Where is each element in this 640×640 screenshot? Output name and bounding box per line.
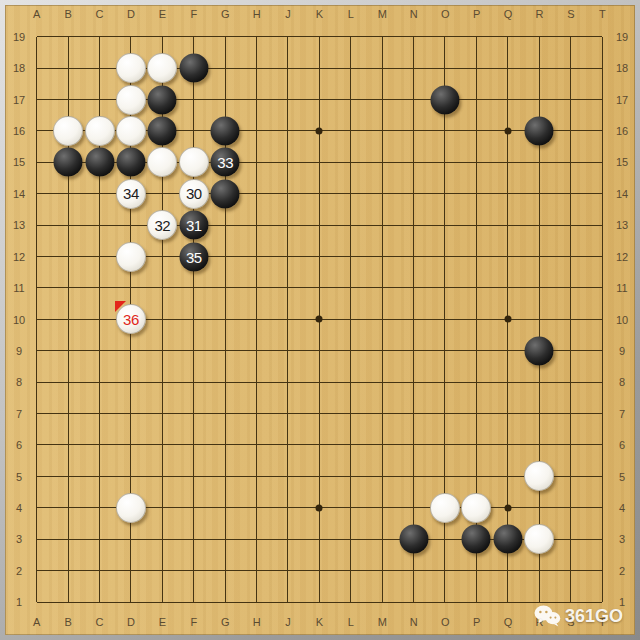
board-point-J5[interactable] [272, 461, 303, 492]
board-point-O5[interactable] [429, 461, 460, 492]
board-point-D16[interactable] [115, 115, 146, 146]
board-point-Q7[interactable] [492, 398, 523, 429]
board-point-K12[interactable] [304, 241, 335, 272]
board-point-F15[interactable] [178, 147, 209, 178]
board-point-E7[interactable] [147, 398, 178, 429]
board-point-Q15[interactable] [492, 147, 523, 178]
board-point-C18[interactable] [84, 52, 115, 83]
board-point-S15[interactable] [555, 147, 586, 178]
board-point-P16[interactable] [461, 115, 492, 146]
stone-white-D12[interactable] [116, 242, 146, 272]
board-point-E8[interactable] [147, 366, 178, 397]
board-point-G8[interactable] [209, 366, 240, 397]
board-point-K19[interactable] [304, 21, 335, 52]
board-point-D17[interactable] [115, 84, 146, 115]
board-point-N14[interactable] [398, 178, 429, 209]
board-point-K13[interactable] [304, 209, 335, 240]
board-point-B5[interactable] [52, 461, 83, 492]
board-point-O13[interactable] [429, 209, 460, 240]
board-point-C12[interactable] [84, 241, 115, 272]
board-point-S19[interactable] [555, 21, 586, 52]
board-point-K4[interactable] [304, 492, 335, 523]
board-point-G9[interactable] [209, 335, 240, 366]
board-point-L6[interactable] [335, 429, 366, 460]
board-point-N7[interactable] [398, 398, 429, 429]
board-point-B2[interactable] [52, 555, 83, 586]
board-point-H7[interactable] [241, 398, 272, 429]
board-point-J13[interactable] [272, 209, 303, 240]
board-point-H9[interactable] [241, 335, 272, 366]
stone-white-F15[interactable] [179, 147, 209, 177]
board-point-D8[interactable] [115, 366, 146, 397]
board-point-Q9[interactable] [492, 335, 523, 366]
board-point-C9[interactable] [84, 335, 115, 366]
board-point-Q17[interactable] [492, 84, 523, 115]
board-point-E19[interactable] [147, 21, 178, 52]
board-point-J3[interactable] [272, 524, 303, 555]
stone-white-D4[interactable] [116, 493, 146, 523]
board-point-N6[interactable] [398, 429, 429, 460]
board-point-G12[interactable] [209, 241, 240, 272]
board-point-M9[interactable] [366, 335, 397, 366]
board-point-E4[interactable] [147, 492, 178, 523]
board-point-O16[interactable] [429, 115, 460, 146]
board-point-S18[interactable] [555, 52, 586, 83]
board-point-G11[interactable] [209, 272, 240, 303]
board-point-R8[interactable] [524, 366, 555, 397]
board-point-P17[interactable] [461, 84, 492, 115]
board-point-P12[interactable] [461, 241, 492, 272]
board-point-B9[interactable] [52, 335, 83, 366]
board-point-L17[interactable] [335, 84, 366, 115]
board-point-Q2[interactable] [492, 555, 523, 586]
stone-white-D16[interactable] [116, 116, 146, 146]
board-point-L19[interactable] [335, 21, 366, 52]
stone-black-G14[interactable] [211, 179, 240, 208]
board-point-R5[interactable] [524, 461, 555, 492]
board-point-J14[interactable] [272, 178, 303, 209]
board-point-E12[interactable] [147, 241, 178, 272]
board-point-O11[interactable] [429, 272, 460, 303]
board-point-B13[interactable] [52, 209, 83, 240]
board-point-L8[interactable] [335, 366, 366, 397]
board-point-H10[interactable] [241, 304, 272, 335]
board-point-M11[interactable] [366, 272, 397, 303]
stone-white-E18[interactable] [147, 53, 177, 83]
board-point-G18[interactable] [209, 52, 240, 83]
board-point-E3[interactable] [147, 524, 178, 555]
stone-black-R16[interactable] [525, 116, 554, 145]
stone-white-R3[interactable] [524, 524, 554, 554]
stone-white-O4[interactable] [430, 493, 460, 523]
board-point-L11[interactable] [335, 272, 366, 303]
board-point-K14[interactable] [304, 178, 335, 209]
board-point-H5[interactable] [241, 461, 272, 492]
board-point-S8[interactable] [555, 366, 586, 397]
board-point-K10[interactable] [304, 304, 335, 335]
board-point-B7[interactable] [52, 398, 83, 429]
board-point-E2[interactable] [147, 555, 178, 586]
board-point-D10[interactable]: 36 [115, 304, 146, 335]
board-point-H19[interactable] [241, 21, 272, 52]
board-point-F2[interactable] [178, 555, 209, 586]
board-point-Q12[interactable] [492, 241, 523, 272]
stone-white-D10[interactable]: 36 [116, 304, 146, 334]
board-point-N10[interactable] [398, 304, 429, 335]
board-point-O2[interactable] [429, 555, 460, 586]
board-point-B17[interactable] [52, 84, 83, 115]
board-point-N17[interactable] [398, 84, 429, 115]
board-point-O18[interactable] [429, 52, 460, 83]
board-point-E9[interactable] [147, 335, 178, 366]
board-point-J16[interactable] [272, 115, 303, 146]
board-point-G17[interactable] [209, 84, 240, 115]
board-point-J12[interactable] [272, 241, 303, 272]
board-point-S16[interactable] [555, 115, 586, 146]
board-point-C5[interactable] [84, 461, 115, 492]
board-point-D6[interactable] [115, 429, 146, 460]
board-point-H14[interactable] [241, 178, 272, 209]
stone-white-D14[interactable]: 34 [116, 179, 146, 209]
stone-white-D18[interactable] [116, 53, 146, 83]
board-point-C3[interactable] [84, 524, 115, 555]
board-point-M3[interactable] [366, 524, 397, 555]
board-point-O12[interactable] [429, 241, 460, 272]
board-point-Q4[interactable] [492, 492, 523, 523]
board-point-Q5[interactable] [492, 461, 523, 492]
stone-white-R5[interactable] [524, 461, 554, 491]
board-point-S14[interactable] [555, 178, 586, 209]
board-point-H15[interactable] [241, 147, 272, 178]
board-point-C6[interactable] [84, 429, 115, 460]
board-point-O6[interactable] [429, 429, 460, 460]
board-point-B4[interactable] [52, 492, 83, 523]
board-point-B8[interactable] [52, 366, 83, 397]
board-point-G6[interactable] [209, 429, 240, 460]
board-point-J19[interactable] [272, 21, 303, 52]
board-point-F9[interactable] [178, 335, 209, 366]
board-point-L5[interactable] [335, 461, 366, 492]
board-point-R18[interactable] [524, 52, 555, 83]
board-point-J18[interactable] [272, 52, 303, 83]
board-point-F17[interactable] [178, 84, 209, 115]
board-point-O3[interactable] [429, 524, 460, 555]
board-point-S9[interactable] [555, 335, 586, 366]
board-point-H13[interactable] [241, 209, 272, 240]
board-point-D19[interactable] [115, 21, 146, 52]
board-point-K18[interactable] [304, 52, 335, 83]
board-point-E17[interactable] [147, 84, 178, 115]
board-point-L10[interactable] [335, 304, 366, 335]
board-point-N15[interactable] [398, 147, 429, 178]
board-point-D15[interactable] [115, 147, 146, 178]
board-point-O10[interactable] [429, 304, 460, 335]
board-point-S13[interactable] [555, 209, 586, 240]
board-point-F16[interactable] [178, 115, 209, 146]
board-point-F8[interactable] [178, 366, 209, 397]
board-point-E14[interactable] [147, 178, 178, 209]
board-point-N16[interactable] [398, 115, 429, 146]
board-point-K5[interactable] [304, 461, 335, 492]
board-point-D18[interactable] [115, 52, 146, 83]
board-point-L2[interactable] [335, 555, 366, 586]
board-point-R9[interactable] [524, 335, 555, 366]
board-point-D14[interactable]: 34 [115, 178, 146, 209]
stone-black-P3[interactable] [462, 525, 491, 554]
board-point-Q8[interactable] [492, 366, 523, 397]
stone-white-E15[interactable] [147, 147, 177, 177]
board-point-P10[interactable] [461, 304, 492, 335]
board-point-D9[interactable] [115, 335, 146, 366]
board-point-H16[interactable] [241, 115, 272, 146]
board-point-N12[interactable] [398, 241, 429, 272]
board-point-B15[interactable] [52, 147, 83, 178]
board-point-R13[interactable] [524, 209, 555, 240]
board-point-K6[interactable] [304, 429, 335, 460]
stone-black-E17[interactable] [148, 85, 177, 114]
board-point-K9[interactable] [304, 335, 335, 366]
board-point-N2[interactable] [398, 555, 429, 586]
board-point-S12[interactable] [555, 241, 586, 272]
board-point-F6[interactable] [178, 429, 209, 460]
board-point-D13[interactable] [115, 209, 146, 240]
board-point-M12[interactable] [366, 241, 397, 272]
board-point-R10[interactable] [524, 304, 555, 335]
board-point-G2[interactable] [209, 555, 240, 586]
stone-white-F14[interactable]: 30 [179, 179, 209, 209]
board-point-R2[interactable] [524, 555, 555, 586]
board-point-M8[interactable] [366, 366, 397, 397]
stone-black-B15[interactable] [54, 148, 83, 177]
board-point-G13[interactable] [209, 209, 240, 240]
board-point-L13[interactable] [335, 209, 366, 240]
board-point-N8[interactable] [398, 366, 429, 397]
board-point-F19[interactable] [178, 21, 209, 52]
board-point-H2[interactable] [241, 555, 272, 586]
board-point-O19[interactable] [429, 21, 460, 52]
board-point-H12[interactable] [241, 241, 272, 272]
board-point-M4[interactable] [366, 492, 397, 523]
board-point-C4[interactable] [84, 492, 115, 523]
board-point-R3[interactable] [524, 524, 555, 555]
board-point-L3[interactable] [335, 524, 366, 555]
board-point-R15[interactable] [524, 147, 555, 178]
board-point-B16[interactable] [52, 115, 83, 146]
board-point-M7[interactable] [366, 398, 397, 429]
board-point-R17[interactable] [524, 84, 555, 115]
board-point-G3[interactable] [209, 524, 240, 555]
board-point-E16[interactable] [147, 115, 178, 146]
board-point-M14[interactable] [366, 178, 397, 209]
board-point-F10[interactable] [178, 304, 209, 335]
board-point-L9[interactable] [335, 335, 366, 366]
board-point-P6[interactable] [461, 429, 492, 460]
board-point-P5[interactable] [461, 461, 492, 492]
board-point-O14[interactable] [429, 178, 460, 209]
stone-black-E16[interactable] [148, 116, 177, 145]
board-point-Q11[interactable] [492, 272, 523, 303]
board-point-P18[interactable] [461, 52, 492, 83]
board-point-C13[interactable] [84, 209, 115, 240]
board-point-E10[interactable] [147, 304, 178, 335]
board-point-J10[interactable] [272, 304, 303, 335]
board-point-O7[interactable] [429, 398, 460, 429]
board-point-Q19[interactable] [492, 21, 523, 52]
stone-white-P4[interactable] [461, 493, 491, 523]
board-point-H11[interactable] [241, 272, 272, 303]
board-point-Q14[interactable] [492, 178, 523, 209]
board-point-O4[interactable] [429, 492, 460, 523]
board-point-G5[interactable] [209, 461, 240, 492]
board-point-B19[interactable] [52, 21, 83, 52]
board-point-M19[interactable] [366, 21, 397, 52]
board-point-K16[interactable] [304, 115, 335, 146]
board-point-S7[interactable] [555, 398, 586, 429]
board-point-N4[interactable] [398, 492, 429, 523]
board-point-P2[interactable] [461, 555, 492, 586]
stone-black-D15[interactable] [116, 148, 145, 177]
board-point-D4[interactable] [115, 492, 146, 523]
stone-white-B16[interactable] [53, 116, 83, 146]
board-point-L7[interactable] [335, 398, 366, 429]
board-point-L16[interactable] [335, 115, 366, 146]
board-point-M10[interactable] [366, 304, 397, 335]
board-point-E18[interactable] [147, 52, 178, 83]
board-point-J6[interactable] [272, 429, 303, 460]
board-point-N11[interactable] [398, 272, 429, 303]
board-point-O15[interactable] [429, 147, 460, 178]
board-point-P14[interactable] [461, 178, 492, 209]
board-point-G14[interactable] [209, 178, 240, 209]
board-point-G16[interactable] [209, 115, 240, 146]
board-point-P3[interactable] [461, 524, 492, 555]
board-point-B3[interactable] [52, 524, 83, 555]
stone-black-G16[interactable] [211, 116, 240, 145]
stone-white-C16[interactable] [85, 116, 115, 146]
board-point-G7[interactable] [209, 398, 240, 429]
stone-black-R9[interactable] [525, 336, 554, 365]
board-point-M15[interactable] [366, 147, 397, 178]
board-point-H18[interactable] [241, 52, 272, 83]
board-point-O9[interactable] [429, 335, 460, 366]
board-point-B6[interactable] [52, 429, 83, 460]
board-point-M18[interactable] [366, 52, 397, 83]
board-point-M13[interactable] [366, 209, 397, 240]
board-point-C15[interactable] [84, 147, 115, 178]
board-point-P13[interactable] [461, 209, 492, 240]
board-point-N18[interactable] [398, 52, 429, 83]
board-point-R11[interactable] [524, 272, 555, 303]
board-point-L12[interactable] [335, 241, 366, 272]
stone-black-N3[interactable] [399, 525, 428, 554]
board-point-K11[interactable] [304, 272, 335, 303]
board-point-K7[interactable] [304, 398, 335, 429]
board-point-L18[interactable] [335, 52, 366, 83]
board-point-R4[interactable] [524, 492, 555, 523]
board-point-F7[interactable] [178, 398, 209, 429]
board-point-H8[interactable] [241, 366, 272, 397]
board-point-O8[interactable] [429, 366, 460, 397]
board-point-F3[interactable] [178, 524, 209, 555]
board-point-D11[interactable] [115, 272, 146, 303]
board-point-B12[interactable] [52, 241, 83, 272]
board-point-F14[interactable]: 30 [178, 178, 209, 209]
board-point-E15[interactable] [147, 147, 178, 178]
board-point-B10[interactable] [52, 304, 83, 335]
board-point-J8[interactable] [272, 366, 303, 397]
board-point-Q10[interactable] [492, 304, 523, 335]
board-point-J7[interactable] [272, 398, 303, 429]
board-point-K3[interactable] [304, 524, 335, 555]
board-point-B11[interactable] [52, 272, 83, 303]
board-point-J11[interactable] [272, 272, 303, 303]
board-point-C10[interactable] [84, 304, 115, 335]
board-point-F11[interactable] [178, 272, 209, 303]
board-point-Q13[interactable] [492, 209, 523, 240]
board-point-C16[interactable] [84, 115, 115, 146]
board-point-K15[interactable] [304, 147, 335, 178]
board-point-C14[interactable] [84, 178, 115, 209]
board-point-F4[interactable] [178, 492, 209, 523]
stone-black-C15[interactable] [85, 148, 114, 177]
board-point-E11[interactable] [147, 272, 178, 303]
stone-white-D17[interactable] [116, 85, 146, 115]
board-point-D7[interactable] [115, 398, 146, 429]
board-point-E13[interactable]: 32 [147, 209, 178, 240]
board-point-L15[interactable] [335, 147, 366, 178]
board-point-B18[interactable] [52, 52, 83, 83]
board-point-C2[interactable] [84, 555, 115, 586]
board-point-S3[interactable] [555, 524, 586, 555]
board-point-R19[interactable] [524, 21, 555, 52]
stone-white-E13[interactable]: 32 [147, 210, 177, 240]
board-point-S17[interactable] [555, 84, 586, 115]
board-point-F12[interactable]: 35 [178, 241, 209, 272]
board-point-M5[interactable] [366, 461, 397, 492]
board-point-S11[interactable] [555, 272, 586, 303]
board-point-Q16[interactable] [492, 115, 523, 146]
board-point-C7[interactable] [84, 398, 115, 429]
board-point-P4[interactable] [461, 492, 492, 523]
board-point-P11[interactable] [461, 272, 492, 303]
board-point-R16[interactable] [524, 115, 555, 146]
board-point-Q3[interactable] [492, 524, 523, 555]
board-point-F5[interactable] [178, 461, 209, 492]
board-point-M6[interactable] [366, 429, 397, 460]
board-point-M2[interactable] [366, 555, 397, 586]
board-point-C17[interactable] [84, 84, 115, 115]
board-point-G15[interactable]: 33 [209, 147, 240, 178]
board-point-J2[interactable] [272, 555, 303, 586]
board-point-S2[interactable] [555, 555, 586, 586]
board-point-D5[interactable] [115, 461, 146, 492]
board-point-E5[interactable] [147, 461, 178, 492]
board-point-P9[interactable] [461, 335, 492, 366]
board-point-G19[interactable] [209, 21, 240, 52]
board-point-D12[interactable] [115, 241, 146, 272]
board-point-C11[interactable] [84, 272, 115, 303]
board-point-D3[interactable] [115, 524, 146, 555]
board-point-S5[interactable] [555, 461, 586, 492]
board-point-H6[interactable] [241, 429, 272, 460]
board-point-R7[interactable] [524, 398, 555, 429]
board-point-K2[interactable] [304, 555, 335, 586]
board-point-D2[interactable] [115, 555, 146, 586]
board-point-Q6[interactable] [492, 429, 523, 460]
board-point-P15[interactable] [461, 147, 492, 178]
board-point-G4[interactable] [209, 492, 240, 523]
board-point-S6[interactable] [555, 429, 586, 460]
